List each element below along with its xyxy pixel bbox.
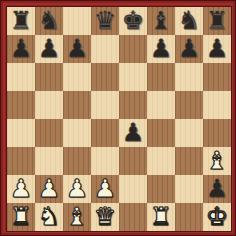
- square-e7[interactable]: [119, 35, 147, 63]
- white-rook[interactable]: ♜: [10, 203, 32, 231]
- black-rook[interactable]: ♜: [10, 7, 32, 35]
- black-rook[interactable]: ♜: [206, 7, 228, 35]
- square-d1[interactable]: ♛: [91, 203, 119, 231]
- square-a4[interactable]: [7, 119, 35, 147]
- white-knight[interactable]: ♞: [38, 203, 60, 231]
- black-pawn[interactable]: ♟: [178, 35, 200, 63]
- square-e6[interactable]: [119, 63, 147, 91]
- white-rook[interactable]: ♜: [150, 203, 172, 231]
- black-bishop[interactable]: ♝: [150, 7, 172, 35]
- square-f5[interactable]: [147, 91, 175, 119]
- square-d4[interactable]: [91, 119, 119, 147]
- square-g1[interactable]: [175, 203, 203, 231]
- white-bishop[interactable]: ♝: [206, 147, 228, 175]
- square-f7[interactable]: ♟: [147, 35, 175, 63]
- white-pawn[interactable]: ♟: [10, 175, 32, 203]
- square-b3[interactable]: [35, 147, 63, 175]
- square-h4[interactable]: [203, 119, 231, 147]
- square-d8[interactable]: ♛: [91, 7, 119, 35]
- square-f6[interactable]: [147, 63, 175, 91]
- black-pawn[interactable]: ♟: [66, 35, 88, 63]
- square-c7[interactable]: ♟: [63, 35, 91, 63]
- chess-board[interactable]: ♜♞♛♚♝♞♜♟♟♟♟♟♟♟♝♟♟♟♟♟♜♞♝♛♜♚: [6, 6, 232, 232]
- square-e2[interactable]: [119, 175, 147, 203]
- black-pawn[interactable]: ♟: [38, 35, 60, 63]
- square-c1[interactable]: ♝: [63, 203, 91, 231]
- square-e1[interactable]: [119, 203, 147, 231]
- square-c6[interactable]: [63, 63, 91, 91]
- black-knight[interactable]: ♞: [38, 7, 60, 35]
- square-g6[interactable]: [175, 63, 203, 91]
- square-a8[interactable]: ♜: [7, 7, 35, 35]
- square-h6[interactable]: [203, 63, 231, 91]
- square-c8[interactable]: [63, 7, 91, 35]
- square-e4[interactable]: ♟: [119, 119, 147, 147]
- square-h2[interactable]: ♟: [203, 175, 231, 203]
- square-a3[interactable]: [7, 147, 35, 175]
- black-pawn[interactable]: ♟: [10, 35, 32, 63]
- white-queen[interactable]: ♛: [94, 203, 116, 231]
- square-f8[interactable]: ♝: [147, 7, 175, 35]
- square-d6[interactable]: [91, 63, 119, 91]
- square-g3[interactable]: [175, 147, 203, 175]
- square-g8[interactable]: ♞: [175, 7, 203, 35]
- square-e8[interactable]: ♚: [119, 7, 147, 35]
- square-d2[interactable]: ♟: [91, 175, 119, 203]
- square-h1[interactable]: ♚: [203, 203, 231, 231]
- square-a6[interactable]: [7, 63, 35, 91]
- square-h7[interactable]: ♟: [203, 35, 231, 63]
- square-d5[interactable]: [91, 91, 119, 119]
- black-pawn[interactable]: ♟: [122, 119, 144, 147]
- black-king[interactable]: ♚: [122, 7, 144, 35]
- square-b8[interactable]: ♞: [35, 7, 63, 35]
- white-pawn[interactable]: ♟: [94, 175, 116, 203]
- square-a7[interactable]: ♟: [7, 35, 35, 63]
- square-b7[interactable]: ♟: [35, 35, 63, 63]
- square-a5[interactable]: [7, 91, 35, 119]
- square-c2[interactable]: ♟: [63, 175, 91, 203]
- black-pawn[interactable]: ♟: [206, 35, 228, 63]
- square-c3[interactable]: [63, 147, 91, 175]
- square-a1[interactable]: ♜: [7, 203, 35, 231]
- square-f1[interactable]: ♜: [147, 203, 175, 231]
- square-b4[interactable]: [35, 119, 63, 147]
- square-g5[interactable]: [175, 91, 203, 119]
- square-h8[interactable]: ♜: [203, 7, 231, 35]
- white-bishop[interactable]: ♝: [66, 203, 88, 231]
- square-b2[interactable]: ♟: [35, 175, 63, 203]
- square-e3[interactable]: [119, 147, 147, 175]
- square-g7[interactable]: ♟: [175, 35, 203, 63]
- square-g4[interactable]: [175, 119, 203, 147]
- square-f4[interactable]: [147, 119, 175, 147]
- square-f3[interactable]: [147, 147, 175, 175]
- black-pawn[interactable]: ♟: [150, 35, 172, 63]
- square-b1[interactable]: ♞: [35, 203, 63, 231]
- square-b6[interactable]: [35, 63, 63, 91]
- square-g2[interactable]: [175, 175, 203, 203]
- square-h5[interactable]: [203, 91, 231, 119]
- black-queen[interactable]: ♛: [94, 7, 116, 35]
- square-c4[interactable]: [63, 119, 91, 147]
- board-frame: ♜♞♛♚♝♞♜♟♟♟♟♟♟♟♝♟♟♟♟♟♜♞♝♛♜♚: [0, 0, 236, 236]
- square-a2[interactable]: ♟: [7, 175, 35, 203]
- black-knight[interactable]: ♞: [178, 7, 200, 35]
- square-b5[interactable]: [35, 91, 63, 119]
- square-d3[interactable]: [91, 147, 119, 175]
- square-f2[interactable]: [147, 175, 175, 203]
- square-d7[interactable]: [91, 35, 119, 63]
- white-king[interactable]: ♚: [206, 203, 228, 231]
- square-h3[interactable]: ♝: [203, 147, 231, 175]
- white-pawn[interactable]: ♟: [38, 175, 60, 203]
- black-pawn[interactable]: ♟: [206, 175, 228, 203]
- white-pawn[interactable]: ♟: [66, 175, 88, 203]
- square-e5[interactable]: [119, 91, 147, 119]
- square-c5[interactable]: [63, 91, 91, 119]
